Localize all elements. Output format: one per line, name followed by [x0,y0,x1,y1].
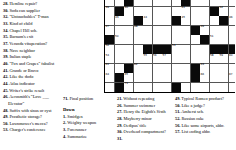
grid-cell[interactable] [153,26,162,35]
grid-cell[interactable]: 55 [143,54,152,63]
black-cell [115,73,124,82]
clue-text: Writer's strike result [8,88,44,93]
grid-cell[interactable] [219,35,228,44]
cell-number: 53 [172,44,176,47]
grid-cell[interactable] [115,64,124,73]
clue-item: 45. Writer's strike result [3,88,62,95]
clue-text: Henry the Eighth's Sixth [122,109,165,114]
clue-text: Grande or Bravo [8,68,38,73]
grid-cell[interactable]: 37 [191,0,200,6]
clue-text: Overhead compartment? [122,129,165,134]
grid-cell[interactable] [162,73,171,82]
grid-cell[interactable]: 45 [181,16,190,25]
grid-cell[interactable]: 60 [229,54,236,63]
clue-item: 1. Smidgen [63,114,115,121]
clue-item: 28. Mayberry minor [117,116,174,123]
grid-cell[interactable] [219,73,228,82]
clue-item: 40. "Fox and Grapes" fabulist [3,61,62,68]
clue-item: 51. Amherst sch. [175,109,235,116]
grid-cell[interactable] [181,26,190,35]
black-cell [172,83,181,92]
clue-text: Suffix with sinus or cyst [8,108,51,113]
grid-cell[interactable]: 66 [200,73,209,82]
cell-number: 54 [106,54,110,57]
grid-cell[interactable]: 49 [200,26,209,35]
clue-text: "Untouchables" T-man [8,14,48,19]
grid-cell[interactable]: 64 [105,73,114,82]
grid-cell[interactable] [181,64,190,73]
cell-number: 41 [182,6,186,9]
grid-cell[interactable] [172,64,181,73]
clue-item: 4. Summarize [63,134,115,141]
grid-cell[interactable] [134,7,143,16]
clue-item: 49. Prosthetic storage? [3,114,62,121]
cell-number: 43 [115,16,119,19]
clue-text: Veranda vituperation? [8,41,47,46]
grid-cell[interactable]: 53 [172,45,181,54]
clue-text: Without repeating [122,96,154,101]
clue-item: 29. Oedipus' title [117,123,174,130]
clue-item: 34. Chapel Hill sch. [3,28,62,35]
grid-cell[interactable] [143,83,152,92]
grid-cell[interactable] [191,35,200,44]
grid-cell[interactable] [191,83,200,92]
grid-cell[interactable] [115,45,124,54]
grid-cell[interactable]: 48 [134,26,143,35]
grid-cell[interactable] [200,83,209,92]
clue-item: 56. Like some airports, abbr. [175,123,235,130]
crossword-page: 28. Hemline repair?30. Soda can supplier… [0,0,235,150]
black-cell [219,16,228,25]
clue-text: Weighty weapon [66,120,96,125]
crossword-grid: 3637394041424344454647484950515253545556… [104,0,235,93]
grid-cell[interactable] [134,73,143,82]
grid-cell[interactable] [181,83,190,92]
clue-text: Typical Romeo product? [180,96,223,101]
black-cell [200,35,209,44]
grid-cell[interactable] [210,0,219,6]
black-cell [172,16,181,25]
grid-cell[interactable] [181,35,190,44]
clue-item: 39. Italian staple [3,54,62,61]
clue-text: Smidgen [66,114,82,119]
cell-number: 46 [229,16,233,19]
grid-cell[interactable] [172,26,181,35]
grid-cell[interactable] [210,64,219,73]
clue-item: 41. Grande or Bravo [3,68,62,75]
clue-item: 35. Barnum's exit [3,34,62,41]
grid-cell[interactable] [124,26,133,35]
clue-text: Hemline repair? [8,1,37,6]
down-clues-column-2: 21. Without repeating26. Summer swimmer2… [117,96,174,143]
grid-cell[interactable] [162,26,171,35]
clue-item: 46. Aerosmith's "Love ___ Elevator" [3,94,62,107]
clue-text: Like some airports, abbr. [180,123,224,128]
grid-cell[interactable] [191,54,200,63]
cell-number: 47 [106,25,110,28]
clue-item: 57. List ending abbr. [175,129,235,136]
clue-item: 42. Like the dodo [3,74,62,81]
cell-number: 48 [134,25,138,28]
grid-cell[interactable] [153,7,162,16]
clue-text: Nave neighbor [8,48,35,53]
clue-item: 26. Summer swimmer [117,103,174,110]
grid-cell[interactable] [181,54,190,63]
grid-cell[interactable] [210,16,219,25]
grid-cell[interactable] [124,45,133,54]
grid-cell[interactable]: 36 [134,0,143,6]
clue-text: Forerunner [66,127,86,132]
clue-item: 48. Suffix with sinus or cyst [3,108,62,115]
grid-cell[interactable]: 59 [219,54,228,63]
grid-cell[interactable]: 50 [115,35,124,44]
grid-cell[interactable] [181,73,190,82]
grid-cell[interactable] [200,45,209,54]
grid-cell[interactable] [153,35,162,44]
clue-item: 30. Soda can supplier [3,8,62,15]
grid-cell[interactable] [162,64,171,73]
cell-number: 62 [134,63,138,66]
cell-number: 60 [229,54,233,57]
cell-number: 61 [106,63,110,66]
clue-text: Summarize [66,134,87,139]
grid-cell[interactable] [200,7,209,16]
clue-item: 49. Typical Romeo product? [175,96,235,103]
clue-number: 71. [63,96,68,101]
cell-number: 67 [229,73,233,76]
grid-cell[interactable] [153,73,162,82]
grid-cell[interactable] [162,7,171,16]
down-clues-column-1: 71. Final position Down 1. Smidgen2. Wei… [63,96,115,140]
grid-cell[interactable] [143,35,152,44]
grid-cell[interactable] [200,0,209,6]
clue-text: "Fox and Grapes" fabulist [8,61,54,66]
cell-number: 52 [106,44,110,47]
clue-item: 38. Nave neighbor [3,48,62,55]
clue-item: 28. Hemline repair? [3,1,62,8]
clue-item: 33. Kind of child [3,21,62,28]
clue-text: Aerosmith's "Love ___ Elevator" [8,94,49,106]
grid-cell[interactable] [143,26,152,35]
clue-item: 21. Without repeating [117,96,174,103]
grid-cell[interactable] [143,64,152,73]
grid-cell[interactable]: 51 [210,35,219,44]
clue-item: 50. Lawnmower's mecca? [3,121,62,128]
grid-cell[interactable]: 47 [105,26,114,35]
clue-item: 50. Like a judge? [175,103,235,110]
clue-item: 30. Overhead compartment? [117,129,174,136]
clue-text: Like the dodo [8,74,33,79]
grid-cell[interactable] [134,45,143,54]
cell-number: 56 [153,54,157,57]
cell-number: 45 [182,16,186,19]
grid-cell[interactable] [172,0,181,6]
grid-cell[interactable] [210,83,219,92]
clue-item: 32. "Untouchables" T-man [3,14,62,21]
cell-number: 49 [201,25,205,28]
grid-cell[interactable]: 67 [229,73,236,82]
grid-cell[interactable] [219,26,228,35]
grid-cell[interactable] [191,16,200,25]
cell-number: 40 [125,6,129,9]
grid-cell[interactable] [115,0,124,6]
grid-cell[interactable] [124,54,133,63]
clue-text: Soda can supplier [8,8,40,13]
cell-number: 44 [144,16,148,19]
cell-number: 51 [210,35,214,38]
grid-cell[interactable]: 42 [219,7,228,16]
cell-number: 58 [210,54,214,57]
grid-cell[interactable] [124,16,133,25]
grid-cell[interactable] [172,73,181,82]
clue-item: 52. Russian cake [175,116,235,123]
clue-text: Chapel Hill sch. [8,28,37,33]
black-cell [191,26,200,35]
grid-cell[interactable] [153,83,162,92]
grid-cell[interactable] [162,35,171,44]
clue-text: Italian staple [8,54,31,59]
grid-cell[interactable]: 57 [162,54,171,63]
black-cell [115,83,124,92]
clue-number: 31. [117,136,122,141]
clue-item: 3. Forerunner [63,127,115,134]
black-cell [210,7,219,16]
clue-text: Like a judge? [180,103,204,108]
cell-number: 71 [125,82,129,85]
grid-cell[interactable] [229,35,236,44]
clue-text: Summer swimmer [122,103,155,108]
grid-cell[interactable] [143,73,152,82]
grid-cell[interactable] [191,7,200,16]
grid-cell[interactable] [162,0,171,6]
clue-text: Amherst sch. [180,109,204,114]
clue-text: Mayberry minor [122,116,151,121]
cell-number: 55 [144,54,148,57]
clue-text: Atlas indicator [8,81,34,86]
grid-cell[interactable] [134,35,143,44]
grid-cell[interactable]: 71 [124,83,133,92]
grid-cell[interactable] [172,54,181,63]
clue-text: Russian cake [180,116,204,121]
grid-cell[interactable] [172,7,181,16]
clue-item: 27. Henry the Eighth's Sixth [117,109,174,116]
clue-item: 37. Veranda vituperation? [3,41,62,48]
down-clues-list-1: 1. Smidgen2. Weighty weapon3. Forerunner… [63,114,115,141]
cell-number: 65 [125,73,129,76]
grid-cell[interactable]: 44 [143,16,152,25]
grid-cell[interactable] [153,64,162,73]
clue-text: Barnum's exit [8,34,33,39]
grid-cell[interactable] [219,83,228,92]
grid-cell[interactable]: 58 [210,54,219,63]
black-cell [191,64,200,73]
grid-cell[interactable]: 62 [134,64,143,73]
down-section-header: Down [63,107,115,112]
grid-cell[interactable] [134,83,143,92]
grid-cell[interactable] [105,83,114,92]
cell-number: 63 [201,63,205,66]
clue-text: Lawnmower's mecca? [8,121,47,126]
grid-cell[interactable] [229,26,236,35]
grid-cell[interactable]: 39 [105,7,114,16]
clue-text: Kind of child [8,21,32,26]
cell-number: 64 [106,73,110,76]
grid-cell[interactable] [115,54,124,63]
cell-number: 66 [201,73,205,76]
clue-text: Oedipus' title [122,123,146,128]
clue-item: 53. Charger's conference [3,127,62,134]
clue-item: 71. Final position [63,96,115,103]
grid-cell[interactable] [229,83,236,92]
clue-text: List ending abbr. [180,129,210,134]
grid-cell[interactable]: 43 [115,16,124,25]
clue-text: Charger's conference [8,127,45,132]
grid-cell[interactable] [153,16,162,25]
cell-number: 39 [106,6,110,9]
clue-item: 44. Atlas indicator [3,81,62,88]
down-clues-column-3: 49. Typical Romeo product?50. Like a jud… [175,96,235,136]
grid-cell[interactable] [219,64,228,73]
grid-cell[interactable]: 56 [153,54,162,63]
grid-cell[interactable] [143,0,152,6]
cell-number: 42 [220,6,224,9]
grid-cell[interactable] [162,16,171,25]
grid-cell[interactable] [124,35,133,44]
grid-cell[interactable] [162,83,171,92]
clue-item: 2. Weighty weapon [63,120,115,127]
black-cell [191,73,200,82]
grid-cell[interactable] [229,0,236,6]
grid-cell[interactable] [191,45,200,54]
clue-text: Prosthetic storage? [8,114,42,119]
clue-text: Final position [69,96,93,101]
grid-cell[interactable]: 46 [229,16,236,25]
cell-number: 50 [115,35,119,38]
grid-cell[interactable] [153,0,162,6]
clue-item: 31. [117,136,174,143]
grid-cell[interactable] [181,45,190,54]
across-clues-column: 28. Hemline repair?30. Soda can supplier… [3,1,62,134]
cell-number: 59 [220,54,224,57]
grid-cell[interactable]: 40 [124,7,133,16]
cell-number: 57 [163,54,167,57]
grid-cell[interactable] [210,73,219,82]
